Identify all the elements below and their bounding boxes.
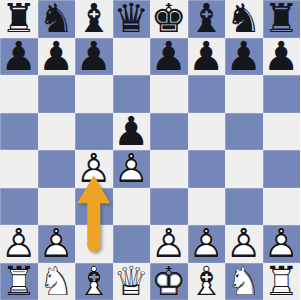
square-f5[interactable] bbox=[188, 113, 226, 151]
square-b5[interactable] bbox=[38, 113, 76, 151]
piece-black-bishop[interactable]: ♝ bbox=[75, 0, 113, 38]
piece-white-knight[interactable]: ♞♘ bbox=[225, 263, 263, 300]
square-b4[interactable] bbox=[38, 150, 76, 188]
square-g5[interactable] bbox=[225, 113, 263, 151]
square-a2[interactable]: ♟♙ bbox=[0, 225, 38, 263]
square-b7[interactable]: ♟ bbox=[38, 38, 76, 76]
square-e2[interactable]: ♟♙ bbox=[150, 225, 188, 263]
piece-white-bishop[interactable]: ♝♗ bbox=[188, 263, 226, 300]
square-f6[interactable] bbox=[188, 75, 226, 113]
piece-white-pawn[interactable]: ♟♙ bbox=[0, 225, 38, 263]
piece-black-pawn[interactable]: ♟ bbox=[75, 38, 113, 76]
piece-black-pawn[interactable]: ♟ bbox=[263, 38, 301, 76]
piece-black-pawn[interactable]: ♟ bbox=[0, 38, 38, 76]
square-f1[interactable]: ♝♗ bbox=[188, 263, 226, 300]
square-g1[interactable]: ♞♘ bbox=[225, 263, 263, 300]
piece-white-pawn[interactable]: ♟♙ bbox=[263, 225, 301, 263]
piece-black-rook[interactable]: ♜ bbox=[263, 0, 301, 38]
square-b2[interactable]: ♟♙ bbox=[38, 225, 76, 263]
square-g2[interactable]: ♟♙ bbox=[225, 225, 263, 263]
piece-white-pawn[interactable]: ♟♙ bbox=[38, 225, 76, 263]
square-b1[interactable]: ♞♘ bbox=[38, 263, 76, 300]
square-a4[interactable] bbox=[0, 150, 38, 188]
square-g6[interactable] bbox=[225, 75, 263, 113]
piece-black-pawn[interactable]: ♟ bbox=[150, 38, 188, 76]
square-c2[interactable] bbox=[75, 225, 113, 263]
square-d2[interactable] bbox=[113, 225, 151, 263]
piece-white-queen[interactable]: ♛♕ bbox=[113, 263, 151, 300]
piece-white-rook[interactable]: ♜♖ bbox=[0, 263, 38, 300]
square-e7[interactable]: ♟ bbox=[150, 38, 188, 76]
square-d6[interactable] bbox=[113, 75, 151, 113]
piece-black-pawn[interactable]: ♟ bbox=[188, 38, 226, 76]
piece-white-pawn[interactable]: ♟♙ bbox=[188, 225, 226, 263]
square-h8[interactable]: ♜ bbox=[263, 0, 301, 38]
piece-white-pawn[interactable]: ♟♙ bbox=[75, 150, 113, 188]
chess-app: ♜♞♝♛♚♝♞♜♟♟♟♟♟♟♟♟♟♙♟♙♟♙♟♙♟♙♟♙♟♙♟♙♜♖♞♘♝♗♛♕… bbox=[0, 0, 300, 300]
square-d4[interactable]: ♟♙ bbox=[113, 150, 151, 188]
square-a8[interactable]: ♜ bbox=[0, 0, 38, 38]
square-d7[interactable] bbox=[113, 38, 151, 76]
piece-white-knight[interactable]: ♞♘ bbox=[38, 263, 76, 300]
square-d3[interactable] bbox=[113, 188, 151, 226]
square-h2[interactable]: ♟♙ bbox=[263, 225, 301, 263]
square-a1[interactable]: ♜♖ bbox=[0, 263, 38, 300]
square-c3[interactable] bbox=[75, 188, 113, 226]
piece-black-rook[interactable]: ♜ bbox=[0, 0, 38, 38]
chess-board: ♜♞♝♛♚♝♞♜♟♟♟♟♟♟♟♟♟♙♟♙♟♙♟♙♟♙♟♙♟♙♟♙♜♖♞♘♝♗♛♕… bbox=[0, 0, 300, 300]
square-g4[interactable] bbox=[225, 150, 263, 188]
square-c7[interactable]: ♟ bbox=[75, 38, 113, 76]
square-e4[interactable] bbox=[150, 150, 188, 188]
piece-white-pawn[interactable]: ♟♙ bbox=[150, 225, 188, 263]
square-d1[interactable]: ♛♕ bbox=[113, 263, 151, 300]
square-e1[interactable]: ♚♔ bbox=[150, 263, 188, 300]
square-d8[interactable]: ♛ bbox=[113, 0, 151, 38]
square-f2[interactable]: ♟♙ bbox=[188, 225, 226, 263]
square-h1[interactable]: ♜♖ bbox=[263, 263, 301, 300]
square-b8[interactable]: ♞ bbox=[38, 0, 76, 38]
square-h6[interactable] bbox=[263, 75, 301, 113]
square-h4[interactable] bbox=[263, 150, 301, 188]
piece-black-queen[interactable]: ♛ bbox=[113, 0, 151, 38]
piece-white-king[interactable]: ♚♔ bbox=[150, 263, 188, 300]
piece-black-pawn[interactable]: ♟ bbox=[225, 38, 263, 76]
square-e8[interactable]: ♚ bbox=[150, 0, 188, 38]
piece-black-bishop[interactable]: ♝ bbox=[188, 0, 226, 38]
square-g8[interactable]: ♞ bbox=[225, 0, 263, 38]
square-b6[interactable] bbox=[38, 75, 76, 113]
square-f4[interactable] bbox=[188, 150, 226, 188]
piece-white-pawn[interactable]: ♟♙ bbox=[113, 150, 151, 188]
piece-black-knight[interactable]: ♞ bbox=[225, 0, 263, 38]
piece-white-bishop[interactable]: ♝♗ bbox=[75, 263, 113, 300]
square-f8[interactable]: ♝ bbox=[188, 0, 226, 38]
square-h7[interactable]: ♟ bbox=[263, 38, 301, 76]
piece-black-knight[interactable]: ♞ bbox=[38, 0, 76, 38]
square-c8[interactable]: ♝ bbox=[75, 0, 113, 38]
square-c4[interactable]: ♟♙ bbox=[75, 150, 113, 188]
square-a6[interactable] bbox=[0, 75, 38, 113]
square-h5[interactable] bbox=[263, 113, 301, 151]
square-c1[interactable]: ♝♗ bbox=[75, 263, 113, 300]
piece-black-king[interactable]: ♚ bbox=[150, 0, 188, 38]
square-e6[interactable] bbox=[150, 75, 188, 113]
piece-white-pawn[interactable]: ♟♙ bbox=[225, 225, 263, 263]
square-a7[interactable]: ♟ bbox=[0, 38, 38, 76]
square-a5[interactable] bbox=[0, 113, 38, 151]
piece-black-pawn[interactable]: ♟ bbox=[38, 38, 76, 76]
piece-white-rook[interactable]: ♜♖ bbox=[263, 263, 301, 300]
square-c6[interactable] bbox=[75, 75, 113, 113]
square-f7[interactable]: ♟ bbox=[188, 38, 226, 76]
square-e5[interactable] bbox=[150, 113, 188, 151]
square-g7[interactable]: ♟ bbox=[225, 38, 263, 76]
